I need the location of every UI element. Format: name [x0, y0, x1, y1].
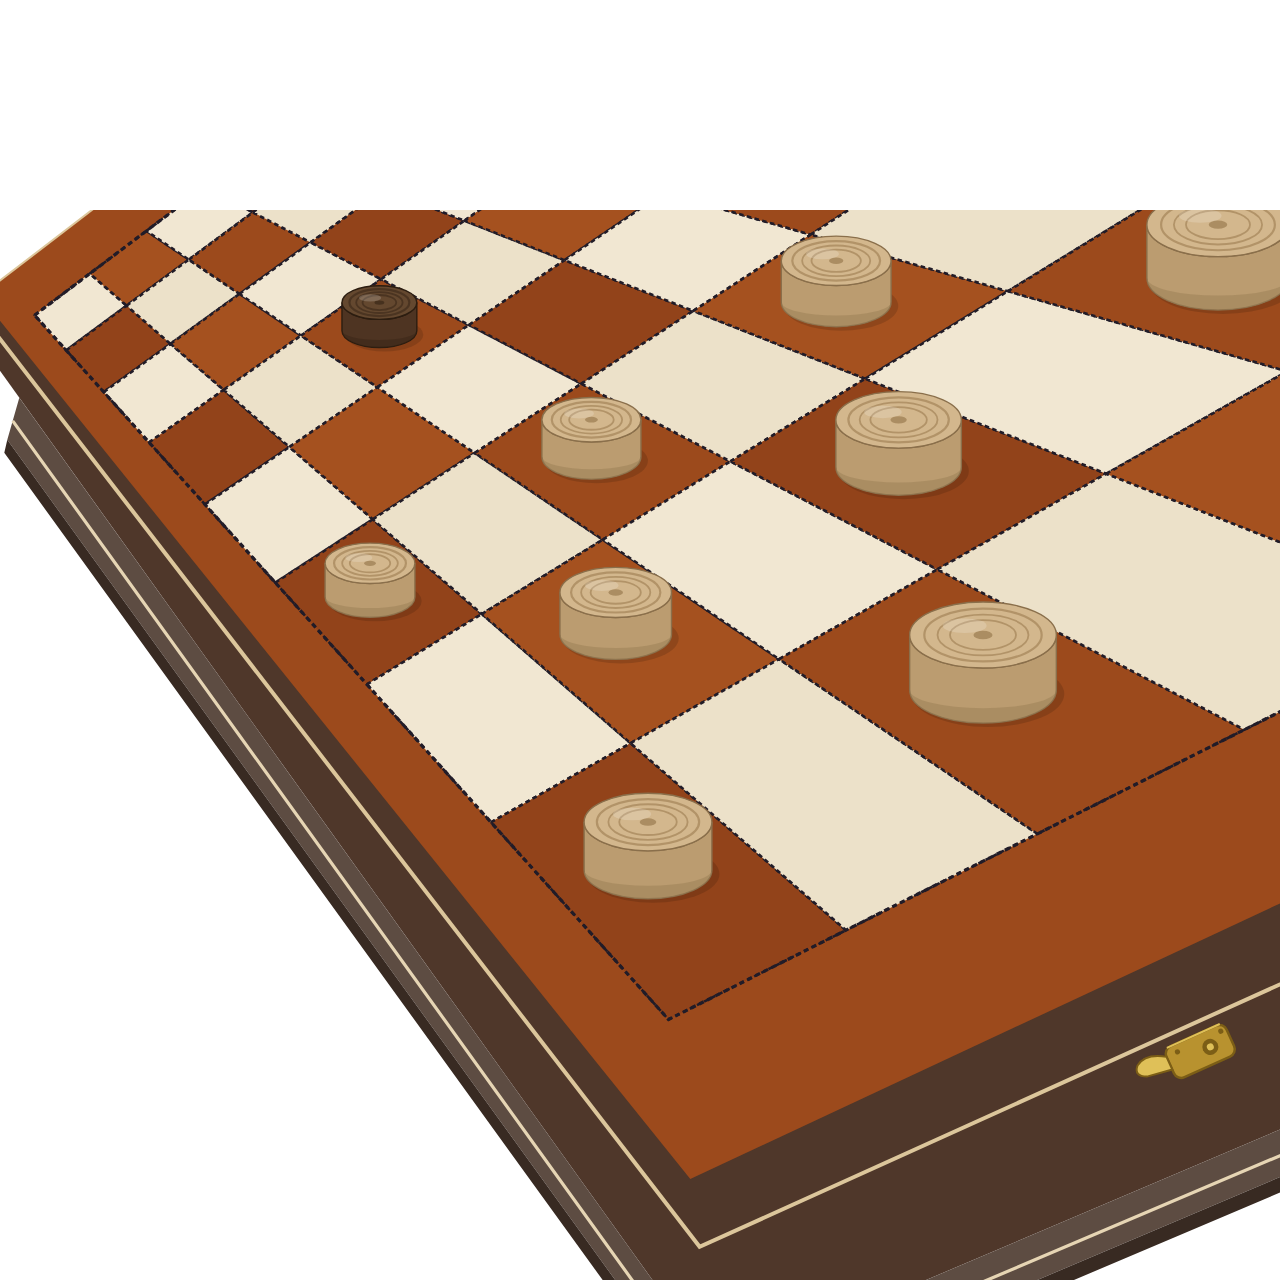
checker-piece-light-c8[interactable]: [910, 602, 1065, 727]
checker-piece-light-a6[interactable]: [325, 543, 422, 621]
checker-piece-light-a8[interactable]: [584, 793, 719, 902]
checkers-photo-svg: [0, 0, 1280, 1280]
checker-piece-light-b7[interactable]: [560, 567, 679, 663]
checker-piece-light-e6[interactable]: [781, 236, 898, 331]
board-photo: [0, 0, 1280, 1280]
checker-piece-light-f7[interactable]: [1147, 193, 1280, 314]
checker-piece-dark-c4[interactable]: [342, 286, 423, 352]
checker-piece-light-d7[interactable]: [836, 392, 969, 500]
photo-crop-mask: [0, 0, 1280, 210]
checker-piece-light-c6[interactable]: [542, 397, 648, 483]
